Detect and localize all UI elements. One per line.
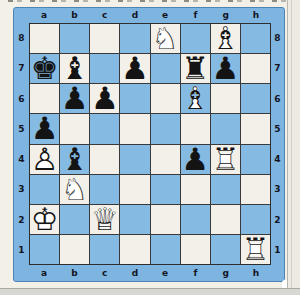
piece-white-king-a2[interactable]: ♚♔ <box>30 205 59 234</box>
rank-label-left-7: 7 <box>14 53 29 83</box>
file-label-bottom-a: a <box>29 265 59 281</box>
square-e4[interactable] <box>151 145 180 174</box>
square-a1[interactable] <box>30 235 59 264</box>
square-f2[interactable] <box>181 205 210 234</box>
square-f4[interactable]: ♟ <box>181 145 210 174</box>
square-b2[interactable] <box>60 205 89 234</box>
piece-black-king-a7[interactable]: ♚ <box>30 54 59 83</box>
piece-black-glyph: ♝ <box>61 145 89 174</box>
square-g6[interactable] <box>211 84 240 113</box>
file-label-bottom-f: f <box>180 265 210 281</box>
square-c1[interactable] <box>90 235 119 264</box>
square-c5[interactable] <box>90 114 119 143</box>
cropped-text-remnant <box>8 0 288 2</box>
square-d3[interactable] <box>120 175 149 204</box>
square-c6[interactable]: ♟ <box>90 84 119 113</box>
square-h7[interactable] <box>241 54 270 83</box>
square-a2[interactable]: ♚♔ <box>30 205 59 234</box>
square-h2[interactable] <box>241 205 270 234</box>
square-g1[interactable] <box>211 235 240 264</box>
square-h4[interactable] <box>241 145 270 174</box>
file-label-bottom-b: b <box>59 265 89 281</box>
square-e8[interactable]: ♞♘ <box>151 24 180 53</box>
square-h3[interactable] <box>241 175 270 204</box>
file-labels-bottom: abcdefgh <box>29 265 271 281</box>
square-b1[interactable] <box>60 235 89 264</box>
rank-label-left-3: 3 <box>14 174 29 204</box>
piece-white-outline: ♗ <box>181 84 209 113</box>
rank-labels-left: 87654321 <box>14 23 29 265</box>
rank-label-left-6: 6 <box>14 84 29 114</box>
square-d5[interactable] <box>120 114 149 143</box>
piece-white-rook-g4[interactable]: ♜♖ <box>211 145 240 174</box>
piece-black-glyph: ♟ <box>91 84 119 113</box>
square-b6[interactable]: ♟ <box>60 84 89 113</box>
square-b8[interactable] <box>60 24 89 53</box>
rank-label-left-1: 1 <box>14 235 29 265</box>
square-g4[interactable]: ♜♖ <box>211 145 240 174</box>
piece-black-pawn-a5[interactable]: ♟ <box>30 114 59 143</box>
rank-label-left-2: 2 <box>14 205 29 235</box>
piece-white-outline: ♕ <box>91 205 119 234</box>
square-b3[interactable]: ♞♘ <box>60 175 89 204</box>
piece-black-pawn-c6[interactable]: ♟ <box>90 84 119 113</box>
piece-black-rook-f7[interactable]: ♜ <box>181 54 210 83</box>
piece-black-pawn-b6[interactable]: ♟ <box>60 84 89 113</box>
file-label-top-h: h <box>241 8 271 23</box>
piece-white-pawn-a4[interactable]: ♟♙ <box>30 145 59 174</box>
square-e2[interactable] <box>151 205 180 234</box>
square-a8[interactable] <box>30 24 59 53</box>
piece-white-outline: ♘ <box>61 175 89 204</box>
rank-label-right-8: 8 <box>271 23 284 53</box>
file-label-bottom-g: g <box>211 265 241 281</box>
square-f1[interactable] <box>181 235 210 264</box>
piece-black-glyph: ♟ <box>181 145 209 174</box>
square-e1[interactable] <box>151 235 180 264</box>
piece-black-glyph: ♚ <box>31 54 59 83</box>
file-label-bottom-e: e <box>150 265 180 281</box>
square-g3[interactable] <box>211 175 240 204</box>
square-b5[interactable] <box>60 114 89 143</box>
square-h8[interactable] <box>241 24 270 53</box>
file-label-bottom-c: c <box>90 265 120 281</box>
bottom-panel-strip <box>0 288 300 295</box>
file-label-top-a: a <box>29 8 59 23</box>
square-a7[interactable]: ♚ <box>30 54 59 83</box>
rank-label-right-6: 6 <box>271 84 284 114</box>
square-b7[interactable]: ♝ <box>60 54 89 83</box>
piece-black-glyph: ♟ <box>31 114 59 143</box>
piece-white-bishop-g8[interactable]: ♝♗ <box>211 24 240 53</box>
piece-black-glyph: ♝ <box>61 54 89 83</box>
square-c7[interactable] <box>90 54 119 83</box>
piece-white-queen-c2[interactable]: ♛♕ <box>90 205 119 234</box>
piece-white-outline: ♖ <box>242 235 270 264</box>
square-e6[interactable] <box>151 84 180 113</box>
square-d7[interactable]: ♟ <box>120 54 149 83</box>
piece-black-glyph: ♟ <box>211 54 239 83</box>
page-edge <box>287 0 300 289</box>
square-d4[interactable] <box>120 145 149 174</box>
rank-label-left-5: 5 <box>14 114 29 144</box>
piece-white-outline: ♙ <box>31 145 59 174</box>
square-a4[interactable]: ♟♙ <box>30 145 59 174</box>
square-h5[interactable] <box>241 114 270 143</box>
square-d2[interactable] <box>120 205 149 234</box>
piece-black-glyph: ♟ <box>121 54 149 83</box>
square-f8[interactable] <box>181 24 210 53</box>
piece-white-knight-b3[interactable]: ♞♘ <box>60 175 89 204</box>
scanned-page: abcdefgh 87654321 ♞♘♝♗♚♝♟♜♟♟♟♝♗♟♟♙♝♟♜♖♞♘… <box>0 0 300 295</box>
square-g7[interactable]: ♟ <box>211 54 240 83</box>
square-d6[interactable] <box>120 84 149 113</box>
square-f6[interactable]: ♝♗ <box>181 84 210 113</box>
square-h1[interactable]: ♜♖ <box>241 235 270 264</box>
square-d8[interactable] <box>120 24 149 53</box>
rank-label-right-4: 4 <box>271 144 284 174</box>
chess-board[interactable]: ♞♘♝♗♚♝♟♜♟♟♟♝♗♟♟♙♝♟♜♖♞♘♚♔♛♕♜♖ <box>29 23 271 265</box>
square-e7[interactable] <box>151 54 180 83</box>
piece-black-bishop-b7[interactable]: ♝ <box>60 54 89 83</box>
square-c2[interactable]: ♛♕ <box>90 205 119 234</box>
square-a5[interactable]: ♟ <box>30 114 59 143</box>
file-label-top-b: b <box>59 8 89 23</box>
rank-label-right-7: 7 <box>271 53 284 83</box>
piece-white-outline: ♔ <box>31 205 59 234</box>
rank-label-right-5: 5 <box>271 114 284 144</box>
file-label-top-c: c <box>90 8 120 23</box>
rank-labels-right: 87654321 <box>271 23 284 265</box>
piece-black-bishop-b4[interactable]: ♝ <box>60 145 89 174</box>
rank-label-right-1: 1 <box>271 235 284 265</box>
square-g2[interactable] <box>211 205 240 234</box>
square-d1[interactable] <box>120 235 149 264</box>
piece-black-pawn-d7[interactable]: ♟ <box>120 54 149 83</box>
rank-label-right-3: 3 <box>271 174 284 204</box>
square-c8[interactable] <box>90 24 119 53</box>
square-b4[interactable]: ♝ <box>60 145 89 174</box>
piece-white-outline: ♘ <box>151 24 179 53</box>
file-label-top-d: d <box>120 8 150 23</box>
file-label-bottom-d: d <box>120 265 150 281</box>
square-g5[interactable] <box>211 114 240 143</box>
piece-black-pawn-f4[interactable]: ♟ <box>181 145 210 174</box>
piece-black-pawn-g7[interactable]: ♟ <box>211 54 240 83</box>
square-e3[interactable] <box>151 175 180 204</box>
piece-white-outline: ♖ <box>211 145 239 174</box>
file-label-top-f: f <box>180 8 210 23</box>
rank-label-right-2: 2 <box>271 205 284 235</box>
square-c4[interactable] <box>90 145 119 174</box>
piece-black-glyph: ♟ <box>61 84 89 113</box>
piece-black-glyph: ♜ <box>181 54 209 83</box>
piece-white-knight-e8[interactable]: ♞♘ <box>151 24 180 53</box>
square-f5[interactable] <box>181 114 210 143</box>
square-h6[interactable] <box>241 84 270 113</box>
piece-white-outline: ♗ <box>211 24 239 53</box>
rank-label-left-8: 8 <box>14 23 29 53</box>
square-g8[interactable]: ♝♗ <box>211 24 240 53</box>
file-label-bottom-h: h <box>241 265 271 281</box>
piece-white-bishop-f6[interactable]: ♝♗ <box>181 84 210 113</box>
square-f3[interactable] <box>181 175 210 204</box>
rank-label-left-4: 4 <box>14 144 29 174</box>
square-a6[interactable] <box>30 84 59 113</box>
piece-white-rook-h1[interactable]: ♜♖ <box>241 235 270 264</box>
square-c3[interactable] <box>90 175 119 204</box>
square-a3[interactable] <box>30 175 59 204</box>
square-f7[interactable]: ♜ <box>181 54 210 83</box>
square-e5[interactable] <box>151 114 180 143</box>
chess-board-frame: abcdefgh 87654321 ♞♘♝♗♚♝♟♜♟♟♟♝♗♟♟♙♝♟♜♖♞♘… <box>13 7 285 282</box>
